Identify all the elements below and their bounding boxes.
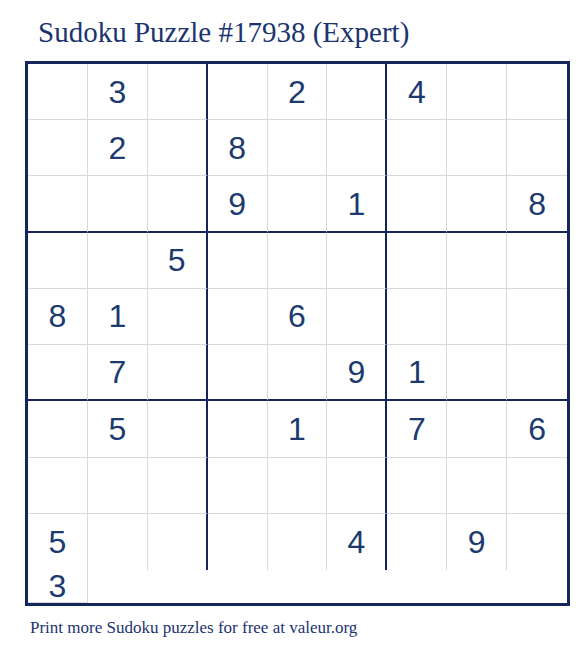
sudoku-cell-r4c4 <box>208 233 268 289</box>
sudoku-cell-r6c2: 7 <box>88 345 148 401</box>
sudoku-cell-r1c5: 2 <box>268 64 328 120</box>
sudoku-cell-r3c4: 9 <box>208 176 268 232</box>
sudoku-cell-r1c8 <box>447 64 507 120</box>
sudoku-cell-r3c5 <box>268 176 328 232</box>
sudoku-cell-r2c5 <box>268 120 328 176</box>
sudoku-cell-r8c2 <box>88 458 148 514</box>
sudoku-cell-r8c1 <box>28 458 88 514</box>
sudoku-cell-r3c6: 1 <box>327 176 387 232</box>
sudoku-cell-r5c6 <box>327 289 387 345</box>
sudoku-cell-r4c7 <box>387 233 447 289</box>
sudoku-cell-r8c4 <box>208 458 268 514</box>
sudoku-cell-r7c2: 5 <box>88 401 148 457</box>
sudoku-cell-r10c1: 3 <box>28 570 88 603</box>
sudoku-cell-r6c5 <box>268 345 328 401</box>
footer-text: Print more Sudoku puzzles for free at va… <box>30 618 357 638</box>
sudoku-cell-r8c3 <box>148 458 208 514</box>
sudoku-cell-r3c2 <box>88 176 148 232</box>
sudoku-cell-r6c8 <box>447 345 507 401</box>
sudoku-cell-r8c6 <box>327 458 387 514</box>
sudoku-cell-r6c7: 1 <box>387 345 447 401</box>
sudoku-cell-r1c9 <box>507 64 567 120</box>
sudoku-cell-r9c3 <box>148 514 208 570</box>
sudoku-cell-r6c3 <box>148 345 208 401</box>
sudoku-cell-r7c4 <box>208 401 268 457</box>
sudoku-cell-r6c6: 9 <box>327 345 387 401</box>
sudoku-cell-r7c8 <box>447 401 507 457</box>
sudoku-cell-r5c8 <box>447 289 507 345</box>
sudoku-cell-r2c9 <box>507 120 567 176</box>
sudoku-cell-r4c6 <box>327 233 387 289</box>
sudoku-cell-r2c7 <box>387 120 447 176</box>
page-title: Sudoku Puzzle #17938 (Expert) <box>38 16 409 49</box>
sudoku-cell-r7c5: 1 <box>268 401 328 457</box>
sudoku-cell-r9c1: 5 <box>28 514 88 570</box>
sudoku-cell-r5c2: 1 <box>88 289 148 345</box>
sudoku-cell-r7c6 <box>327 401 387 457</box>
sudoku-cell-r9c5 <box>268 514 328 570</box>
sudoku-cell-r6c1 <box>28 345 88 401</box>
sudoku-cell-r4c1 <box>28 233 88 289</box>
sudoku-cell-r5c4 <box>208 289 268 345</box>
sudoku-cell-r3c7 <box>387 176 447 232</box>
sudoku-page: Sudoku Puzzle #17938 (Expert) 3242891858… <box>0 0 580 651</box>
sudoku-cell-r2c8 <box>447 120 507 176</box>
sudoku-cell-r2c2: 2 <box>88 120 148 176</box>
sudoku-cell-r4c9 <box>507 233 567 289</box>
sudoku-cell-r6c4 <box>208 345 268 401</box>
sudoku-cell-r9c2 <box>88 514 148 570</box>
sudoku-cell-r4c2 <box>88 233 148 289</box>
sudoku-cell-r8c8 <box>447 458 507 514</box>
sudoku-cell-r4c5 <box>268 233 328 289</box>
sudoku-cell-r4c3: 5 <box>148 233 208 289</box>
sudoku-cell-r7c1 <box>28 401 88 457</box>
sudoku-cell-r9c6: 4 <box>327 514 387 570</box>
sudoku-cell-r1c1 <box>28 64 88 120</box>
sudoku-cell-r4c8 <box>447 233 507 289</box>
sudoku-cell-r5c1: 8 <box>28 289 88 345</box>
sudoku-cell-r9c4 <box>208 514 268 570</box>
sudoku-cell-r6c9 <box>507 345 567 401</box>
sudoku-cell-r1c4 <box>208 64 268 120</box>
sudoku-cell-r3c8 <box>447 176 507 232</box>
sudoku-cell-r2c4: 8 <box>208 120 268 176</box>
sudoku-cell-r1c3 <box>148 64 208 120</box>
sudoku-cell-r3c3 <box>148 176 208 232</box>
sudoku-cell-r5c3 <box>148 289 208 345</box>
sudoku-cell-r9c7 <box>387 514 447 570</box>
sudoku-cell-r2c3 <box>148 120 208 176</box>
sudoku-cell-r2c6 <box>327 120 387 176</box>
sudoku-cell-r7c3 <box>148 401 208 457</box>
sudoku-cell-r3c9: 8 <box>507 176 567 232</box>
sudoku-cell-r2c1 <box>28 120 88 176</box>
sudoku-cell-r5c7 <box>387 289 447 345</box>
sudoku-cell-r7c9: 6 <box>507 401 567 457</box>
sudoku-cell-r7c7: 7 <box>387 401 447 457</box>
sudoku-cell-r8c7 <box>387 458 447 514</box>
sudoku-cell-r9c9 <box>507 514 567 570</box>
sudoku-cell-r1c7: 4 <box>387 64 447 120</box>
sudoku-cell-r5c5: 6 <box>268 289 328 345</box>
sudoku-grid: 32428918581679151765493 <box>25 61 570 606</box>
sudoku-cell-r8c9 <box>507 458 567 514</box>
sudoku-cell-r9c8: 9 <box>447 514 507 570</box>
sudoku-cell-r3c1 <box>28 176 88 232</box>
sudoku-cell-r8c5 <box>268 458 328 514</box>
sudoku-cell-r5c9 <box>507 289 567 345</box>
sudoku-cell-r1c2: 3 <box>88 64 148 120</box>
sudoku-cell-r1c6 <box>327 64 387 120</box>
